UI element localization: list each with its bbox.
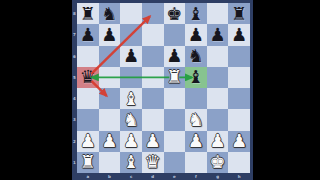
square-e7[interactable] <box>164 24 186 45</box>
piece-wn-c3[interactable]: ♞ <box>120 109 142 130</box>
piece-bp-c6[interactable]: ♟ <box>120 46 142 67</box>
square-g1[interactable]: ♚ <box>207 152 229 173</box>
square-b4[interactable] <box>99 88 121 109</box>
square-c2[interactable]: ♟ <box>120 131 142 152</box>
square-f8[interactable]: ♝ <box>185 3 207 24</box>
piece-wb-c1[interactable]: ♝ <box>120 152 142 173</box>
square-g3[interactable] <box>207 109 229 130</box>
square-d2[interactable]: ♟ <box>142 131 164 152</box>
piece-bp-a7[interactable]: ♟ <box>77 24 99 45</box>
square-c3[interactable]: ♞ <box>120 109 142 130</box>
piece-wp-h2[interactable]: ♟ <box>228 131 250 152</box>
square-b6[interactable] <box>99 46 121 67</box>
square-d8[interactable] <box>142 3 164 24</box>
piece-wr-a1[interactable]: ♜ <box>77 152 99 173</box>
square-a7[interactable]: ♟ <box>77 24 99 45</box>
square-h7[interactable]: ♟ <box>228 24 250 45</box>
square-e2[interactable] <box>164 131 186 152</box>
square-g7[interactable]: ♟ <box>207 24 229 45</box>
square-c7[interactable] <box>120 24 142 45</box>
square-d5[interactable] <box>142 67 164 88</box>
square-d3[interactable] <box>142 109 164 130</box>
piece-wp-f2[interactable]: ♟ <box>185 131 207 152</box>
file-label-f: f <box>185 173 207 180</box>
piece-wn-f3[interactable]: ♞ <box>185 109 207 130</box>
piece-wp-d2[interactable]: ♟ <box>142 131 164 152</box>
piece-bp-e6[interactable]: ♟ <box>164 46 186 67</box>
square-a4[interactable] <box>77 88 99 109</box>
square-b2[interactable]: ♟ <box>99 131 121 152</box>
piece-wk-g1[interactable]: ♚ <box>207 152 229 173</box>
square-a2[interactable]: ♟ <box>77 131 99 152</box>
square-h4[interactable] <box>228 88 250 109</box>
square-h8[interactable]: ♜ <box>228 3 250 24</box>
piece-wp-c2[interactable]: ♟ <box>120 131 142 152</box>
square-g6[interactable] <box>207 46 229 67</box>
file-label-e: e <box>164 173 186 180</box>
square-b3[interactable] <box>99 109 121 130</box>
piece-bn-f6[interactable]: ♞ <box>185 46 207 67</box>
square-g2[interactable]: ♟ <box>207 131 229 152</box>
square-h1[interactable] <box>228 152 250 173</box>
square-h5[interactable] <box>228 67 250 88</box>
piece-bk-e8[interactable]: ♚ <box>164 3 186 24</box>
square-f5[interactable]: ♝ <box>185 67 207 88</box>
piece-bq-a5[interactable]: ♛ <box>77 67 99 88</box>
square-d4[interactable] <box>142 88 164 109</box>
piece-wp-a2[interactable]: ♟ <box>77 131 99 152</box>
square-a6[interactable] <box>77 46 99 67</box>
square-f4[interactable] <box>185 88 207 109</box>
square-e8[interactable]: ♚ <box>164 3 186 24</box>
piece-wb-c4[interactable]: ♝ <box>120 88 142 109</box>
square-f7[interactable]: ♟ <box>185 24 207 45</box>
square-c6[interactable]: ♟ <box>120 46 142 67</box>
file-label-b: b <box>99 173 121 180</box>
square-c1[interactable]: ♝ <box>120 152 142 173</box>
square-g5[interactable] <box>207 67 229 88</box>
board-grid: ♜♞♚♝♜♟♟♟♟♟♟♟♞♛♜♝♝♞♞♟♟♟♟♟♟♟♜♝♛♚ <box>77 3 250 173</box>
square-d6[interactable] <box>142 46 164 67</box>
file-label-h: h <box>228 173 250 180</box>
square-a5[interactable]: ♛ <box>77 67 99 88</box>
square-b8[interactable]: ♞ <box>99 3 121 24</box>
square-c5[interactable] <box>120 67 142 88</box>
square-f3[interactable]: ♞ <box>185 109 207 130</box>
piece-bp-f7[interactable]: ♟ <box>185 24 207 45</box>
square-f6[interactable]: ♞ <box>185 46 207 67</box>
square-h6[interactable] <box>228 46 250 67</box>
video-frame: 87654321 abcdefgh ♜♞♚♝♜♟♟♟♟♟♟♟♞♛♜♝♝♞♞♟♟♟… <box>0 0 320 180</box>
square-b7[interactable]: ♟ <box>99 24 121 45</box>
piece-bn-b8[interactable]: ♞ <box>99 3 121 24</box>
piece-wq-d1[interactable]: ♛ <box>142 152 164 173</box>
square-e4[interactable] <box>164 88 186 109</box>
file-labels: abcdefgh <box>77 173 250 180</box>
square-h2[interactable]: ♟ <box>228 131 250 152</box>
square-c8[interactable] <box>120 3 142 24</box>
square-b1[interactable] <box>99 152 121 173</box>
file-label-c: c <box>120 173 142 180</box>
square-g4[interactable] <box>207 88 229 109</box>
square-a3[interactable] <box>77 109 99 130</box>
square-b5[interactable] <box>99 67 121 88</box>
file-label-a: a <box>77 173 99 180</box>
square-g8[interactable] <box>207 3 229 24</box>
piece-br-a8[interactable]: ♜ <box>77 3 99 24</box>
square-a8[interactable]: ♜ <box>77 3 99 24</box>
piece-wp-g2[interactable]: ♟ <box>207 131 229 152</box>
square-e6[interactable]: ♟ <box>164 46 186 67</box>
square-c4[interactable]: ♝ <box>120 88 142 109</box>
square-d7[interactable] <box>142 24 164 45</box>
square-h3[interactable] <box>228 109 250 130</box>
piece-bb-f8[interactable]: ♝ <box>185 3 207 24</box>
piece-wp-b2[interactable]: ♟ <box>99 131 121 152</box>
file-label-d: d <box>142 173 164 180</box>
square-f2[interactable]: ♟ <box>185 131 207 152</box>
file-label-g: g <box>207 173 229 180</box>
square-e5[interactable]: ♜ <box>164 67 186 88</box>
piece-bp-h7[interactable]: ♟ <box>228 24 250 45</box>
piece-bp-b7[interactable]: ♟ <box>99 24 121 45</box>
piece-bb-f5[interactable]: ♝ <box>185 67 207 88</box>
piece-br-h8[interactable]: ♜ <box>228 3 250 24</box>
square-a1[interactable]: ♜ <box>77 152 99 173</box>
piece-wr-e5[interactable]: ♜ <box>164 67 186 88</box>
square-d1[interactable]: ♛ <box>142 152 164 173</box>
square-e1[interactable] <box>164 152 186 173</box>
square-f1[interactable] <box>185 152 207 173</box>
chess-board: 87654321 abcdefgh ♜♞♚♝♜♟♟♟♟♟♟♟♞♛♜♝♝♞♞♟♟♟… <box>72 0 253 180</box>
piece-bp-g7[interactable]: ♟ <box>207 24 229 45</box>
square-e3[interactable] <box>164 109 186 130</box>
